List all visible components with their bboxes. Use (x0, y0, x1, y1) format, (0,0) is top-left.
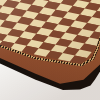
board-photo-wrapper (0, 0, 100, 100)
chessboard-photo (0, 0, 100, 100)
